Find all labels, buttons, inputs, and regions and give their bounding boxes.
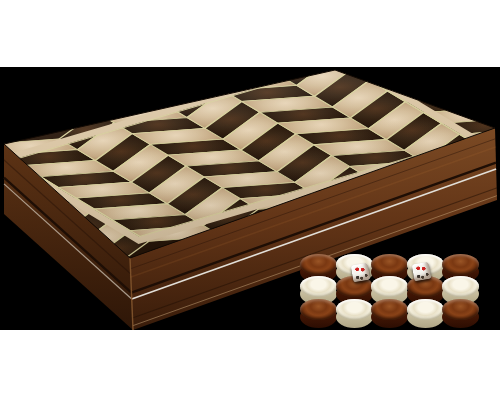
checker-brown bbox=[442, 299, 479, 328]
die-2 bbox=[412, 262, 432, 282]
checker-white bbox=[336, 299, 373, 328]
checker-brown bbox=[371, 299, 408, 328]
checker-brown bbox=[300, 299, 337, 328]
bottom-white-band bbox=[0, 330, 500, 400]
top-white-band bbox=[0, 0, 500, 67]
product-photo-stage bbox=[0, 0, 500, 400]
checker-white bbox=[407, 299, 444, 328]
die-1 bbox=[351, 263, 371, 283]
